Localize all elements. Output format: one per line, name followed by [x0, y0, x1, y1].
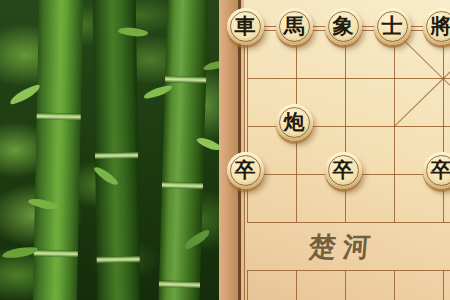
piece-label: 馬: [284, 16, 305, 37]
bamboo-node: [162, 181, 203, 189]
piece-black-soldier[interactable]: 卒: [227, 152, 264, 189]
bamboo-node: [159, 280, 200, 288]
piece-black-soldier[interactable]: 卒: [325, 152, 362, 189]
bamboo-stalk-right: [158, 0, 208, 300]
screenshot-root: 楚河 車馬象士將炮卒卒卒: [0, 0, 450, 300]
piece-black-horse[interactable]: 馬: [276, 8, 313, 45]
bamboo-node: [37, 113, 81, 121]
bamboo-node: [95, 152, 138, 160]
piece-black-cannon[interactable]: 炮: [276, 104, 313, 141]
bamboo-node: [165, 75, 206, 83]
piece-label: 士: [382, 16, 403, 37]
file-line: [394, 270, 395, 300]
piece-black-chariot[interactable]: 車: [227, 8, 264, 45]
file-line: [345, 30, 346, 222]
xiangqi-board[interactable]: 楚河 車馬象士將炮卒卒卒: [219, 0, 450, 300]
file-line: [443, 270, 444, 300]
file-line: [296, 270, 297, 300]
river-label: 楚河: [307, 229, 420, 265]
bamboo-stalk-left: [33, 0, 84, 300]
piece-black-elephant[interactable]: 象: [325, 8, 362, 45]
bamboo-stalk-middle: [92, 0, 140, 300]
piece-label: 將: [431, 16, 450, 37]
file-line: [443, 30, 444, 222]
board-edge: [219, 0, 238, 300]
piece-label: 卒: [431, 160, 450, 181]
file-line: [247, 30, 248, 222]
bamboo-node: [34, 250, 78, 258]
rank-line: [247, 222, 450, 223]
piece-label: 象: [333, 16, 354, 37]
piece-label: 卒: [235, 160, 256, 181]
file-line: [247, 270, 248, 300]
file-line: [345, 270, 346, 300]
rank-line: [247, 78, 450, 79]
piece-label: 卒: [333, 160, 354, 181]
bamboo-node: [97, 256, 140, 264]
piece-label: 車: [235, 16, 256, 37]
rank-line: [247, 270, 450, 271]
piece-label: 炮: [284, 112, 305, 133]
bamboo-photo: [0, 0, 219, 300]
piece-black-general[interactable]: 將: [423, 8, 450, 45]
piece-black-soldier[interactable]: 卒: [423, 152, 450, 189]
piece-black-advisor[interactable]: 士: [374, 8, 411, 45]
